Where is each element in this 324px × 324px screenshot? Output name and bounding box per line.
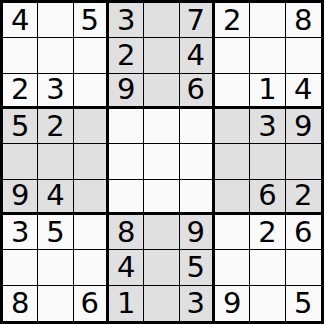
cell-r9c1[interactable]: 8 [3, 286, 38, 321]
cell-r4c4[interactable] [109, 109, 144, 144]
cell-r1c1[interactable]: 4 [3, 3, 38, 38]
cell-r8c7[interactable] [215, 250, 250, 285]
cell-r9c2[interactable] [38, 286, 73, 321]
cell-r1c6[interactable]: 7 [180, 3, 215, 38]
cell-r6c3[interactable] [74, 180, 109, 215]
cell-r2c9[interactable] [286, 38, 321, 73]
cell-r7c9[interactable]: 6 [286, 215, 321, 250]
cell-r3c3[interactable] [74, 74, 109, 109]
cell-r4c2[interactable]: 2 [38, 109, 73, 144]
cell-r5c5[interactable] [144, 144, 179, 179]
cell-r5c7[interactable] [215, 144, 250, 179]
cell-r2c8[interactable] [250, 38, 285, 73]
cell-r1c4[interactable]: 3 [109, 3, 144, 38]
cell-r8c4[interactable]: 4 [109, 250, 144, 285]
cell-r7c4[interactable]: 8 [109, 215, 144, 250]
cell-r6c2[interactable]: 4 [38, 180, 73, 215]
cell-r9c8[interactable] [250, 286, 285, 321]
cell-r9c9[interactable]: 5 [286, 286, 321, 321]
cell-r3c8[interactable]: 1 [250, 74, 285, 109]
cell-r3c1[interactable]: 2 [3, 74, 38, 109]
cell-r4c6[interactable] [180, 109, 215, 144]
cell-r7c6[interactable]: 9 [180, 215, 215, 250]
cell-r7c2[interactable]: 5 [38, 215, 73, 250]
cell-r8c1[interactable] [3, 250, 38, 285]
cell-r2c3[interactable] [74, 38, 109, 73]
cell-r3c5[interactable] [144, 74, 179, 109]
cell-r8c9[interactable] [286, 250, 321, 285]
cell-r8c5[interactable] [144, 250, 179, 285]
cell-r9c4[interactable]: 1 [109, 286, 144, 321]
cell-r5c1[interactable] [3, 144, 38, 179]
cell-r2c4[interactable]: 2 [109, 38, 144, 73]
cell-r1c9[interactable]: 8 [286, 3, 321, 38]
sudoku-board: 453728242396145239946235892645861395 [0, 0, 324, 324]
cell-r5c4[interactable] [109, 144, 144, 179]
cell-r1c5[interactable] [144, 3, 179, 38]
cell-r2c7[interactable] [215, 38, 250, 73]
cell-r7c5[interactable] [144, 215, 179, 250]
cell-r6c4[interactable] [109, 180, 144, 215]
cell-r7c8[interactable]: 2 [250, 215, 285, 250]
cell-r1c3[interactable]: 5 [74, 3, 109, 38]
cell-r7c1[interactable]: 3 [3, 215, 38, 250]
cell-r1c7[interactable]: 2 [215, 3, 250, 38]
cell-r8c6[interactable]: 5 [180, 250, 215, 285]
cell-r5c2[interactable] [38, 144, 73, 179]
cell-r6c7[interactable] [215, 180, 250, 215]
cell-r6c1[interactable]: 9 [3, 180, 38, 215]
cell-r8c8[interactable] [250, 250, 285, 285]
cell-r8c3[interactable] [74, 250, 109, 285]
cell-r5c9[interactable] [286, 144, 321, 179]
cell-r5c3[interactable] [74, 144, 109, 179]
cell-r6c8[interactable]: 6 [250, 180, 285, 215]
cell-r9c5[interactable] [144, 286, 179, 321]
cell-r7c3[interactable] [74, 215, 109, 250]
cell-r4c8[interactable]: 3 [250, 109, 285, 144]
cell-r9c6[interactable]: 3 [180, 286, 215, 321]
cell-r6c5[interactable] [144, 180, 179, 215]
cell-r4c5[interactable] [144, 109, 179, 144]
cell-r8c2[interactable] [38, 250, 73, 285]
cell-r3c6[interactable]: 6 [180, 74, 215, 109]
cell-r7c7[interactable] [215, 215, 250, 250]
cell-r4c7[interactable] [215, 109, 250, 144]
cell-r1c8[interactable] [250, 3, 285, 38]
cell-r3c4[interactable]: 9 [109, 74, 144, 109]
cell-r1c2[interactable] [38, 3, 73, 38]
cell-r6c9[interactable]: 2 [286, 180, 321, 215]
cell-r9c3[interactable]: 6 [74, 286, 109, 321]
cell-r3c2[interactable]: 3 [38, 74, 73, 109]
cell-r2c6[interactable]: 4 [180, 38, 215, 73]
cell-r2c1[interactable] [3, 38, 38, 73]
cell-r9c7[interactable]: 9 [215, 286, 250, 321]
cell-r4c9[interactable]: 9 [286, 109, 321, 144]
cell-r2c2[interactable] [38, 38, 73, 73]
cell-r3c9[interactable]: 4 [286, 74, 321, 109]
cell-r6c6[interactable] [180, 180, 215, 215]
cell-r4c3[interactable] [74, 109, 109, 144]
cell-r2c5[interactable] [144, 38, 179, 73]
cell-r3c7[interactable] [215, 74, 250, 109]
cell-r4c1[interactable]: 5 [3, 109, 38, 144]
cell-r5c8[interactable] [250, 144, 285, 179]
cell-r5c6[interactable] [180, 144, 215, 179]
